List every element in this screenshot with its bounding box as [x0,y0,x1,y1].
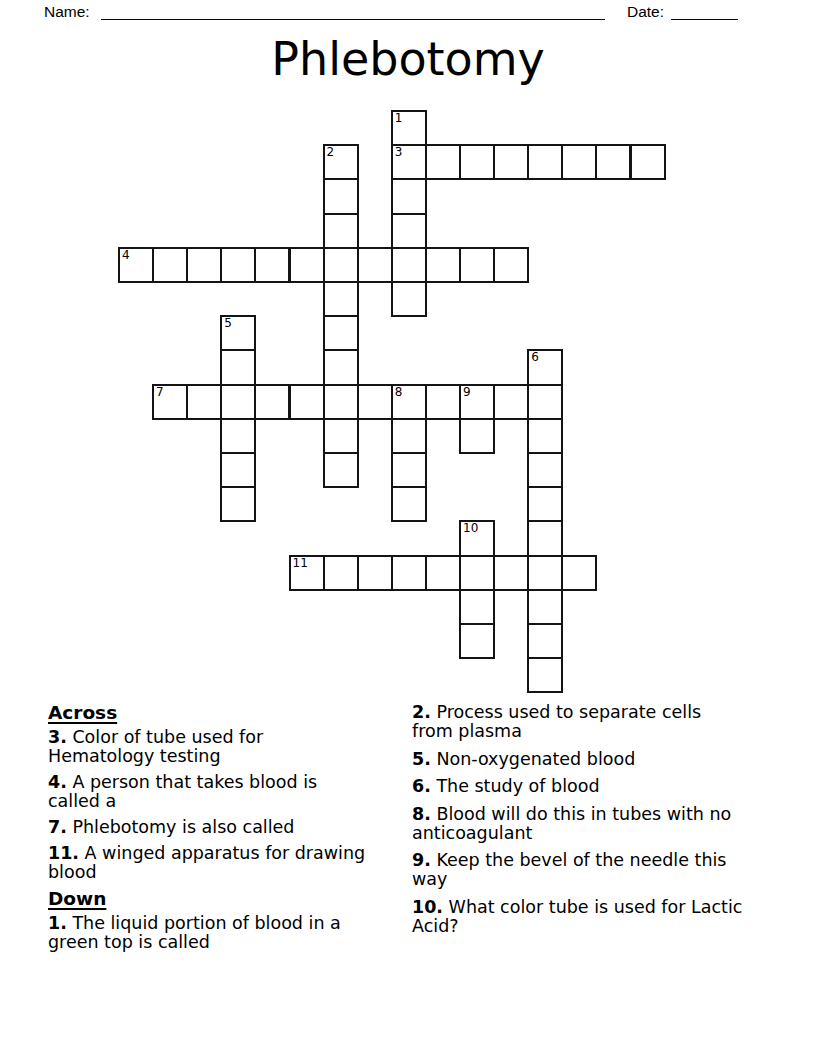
date-label: Date: [627,3,664,21]
cell-r4-c2[interactable] [186,247,222,283]
clue-across-11: 11. A winged apparatus for drawingblood [48,844,408,882]
cell-r4-c11[interactable] [493,247,529,283]
cell-r9-c12[interactable] [527,418,563,454]
cell-r4-c8[interactable] [391,247,427,283]
cell-r4-c10[interactable] [459,247,495,283]
across-header: Across [48,703,408,722]
cell-r9-c10[interactable] [459,418,495,454]
cell-r13-c8[interactable] [391,555,427,591]
cell-r14-c10[interactable] [459,589,495,625]
cell-r4-c7[interactable] [357,247,393,283]
cell-r4-c3[interactable] [220,247,256,283]
cell-r1-c8[interactable]: 3 [391,144,427,180]
clue-number-3: 3 [395,146,403,159]
clue-num-label: 7. [48,817,67,837]
cell-r9-c6[interactable] [323,418,359,454]
cell-r4-c6[interactable] [323,247,359,283]
date-blank-line[interactable] [671,19,738,21]
name-label: Name: [44,3,90,21]
cell-r8-c7[interactable] [357,384,393,420]
clue-number-4: 4 [122,249,130,262]
clues-column-right: 2. Process used to separate cellsfrom pl… [412,703,792,944]
cell-r1-c14[interactable] [595,144,631,180]
cell-r8-c1[interactable]: 7 [152,384,188,420]
cell-r1-c15[interactable] [630,144,666,180]
cell-r11-c8[interactable] [391,486,427,522]
clue-num-label: 5. [412,749,431,769]
cell-r15-c12[interactable] [527,623,563,659]
cell-r13-c10[interactable] [459,555,495,591]
cell-r8-c9[interactable] [425,384,461,420]
cell-r15-c10[interactable] [459,623,495,659]
cell-r4-c0[interactable]: 4 [118,247,154,283]
cell-r8-c2[interactable] [186,384,222,420]
cell-r1-c11[interactable] [493,144,529,180]
cell-r14-c12[interactable] [527,589,563,625]
cell-r3-c8[interactable] [391,213,427,249]
cell-r8-c12[interactable] [527,384,563,420]
clue-number-2: 2 [327,146,335,159]
cell-r10-c8[interactable] [391,452,427,488]
cell-r4-c1[interactable] [152,247,188,283]
clue-number-11: 11 [293,557,308,570]
cell-r4-c9[interactable] [425,247,461,283]
clue-num-label: 6. [412,776,431,796]
cell-r11-c3[interactable] [220,486,256,522]
clue-num-label: 4. [48,772,67,792]
cell-r13-c6[interactable] [323,555,359,591]
cell-r6-c3[interactable]: 5 [220,315,256,351]
cell-r10-c6[interactable] [323,452,359,488]
cell-r8-c10[interactable]: 9 [459,384,495,420]
cell-r10-c3[interactable] [220,452,256,488]
clue-number-7: 7 [156,386,164,399]
cell-r13-c7[interactable] [357,555,393,591]
clue-num-label: 2. [412,702,431,722]
clue-number-5: 5 [224,317,232,330]
clue-down-8: 8. Blood will do this in tubes with noan… [412,805,792,843]
cell-r13-c12[interactable] [527,555,563,591]
worksheet-page: Name: Date: Phlebotomy 1234567891011 Acr… [0,0,816,1056]
cell-r8-c3[interactable] [220,384,256,420]
clue-down-1: 1. The liquid portion of blood in agreen… [48,914,408,952]
clue-across-4: 4. A person that takes blood iscalled a [48,773,408,811]
cell-r9-c8[interactable] [391,418,427,454]
cell-r1-c9[interactable] [425,144,461,180]
cell-r0-c8[interactable]: 1 [391,110,427,146]
cell-r13-c9[interactable] [425,555,461,591]
cell-r7-c3[interactable] [220,349,256,385]
cell-r5-c6[interactable] [323,281,359,317]
clue-num-label: 8. [412,804,431,824]
cell-r8-c6[interactable] [323,384,359,420]
cell-r2-c6[interactable] [323,178,359,214]
cell-r8-c8[interactable]: 8 [391,384,427,420]
cell-r1-c13[interactable] [561,144,597,180]
puzzle-title: Phlebotomy [0,33,816,85]
cell-r8-c4[interactable] [254,384,290,420]
cell-r9-c3[interactable] [220,418,256,454]
cell-r1-c6[interactable]: 2 [323,144,359,180]
cell-r1-c10[interactable] [459,144,495,180]
clue-down-6: 6. The study of blood [412,777,792,796]
cell-r13-c11[interactable] [493,555,529,591]
clue-across-3: 3. Color of tube used forHematology test… [48,728,408,766]
cell-r7-c6[interactable] [323,349,359,385]
clue-num-label: 9. [412,850,431,870]
cell-r5-c8[interactable] [391,281,427,317]
cell-r8-c11[interactable] [493,384,529,420]
clue-number-6: 6 [531,351,539,364]
cell-r11-c12[interactable] [527,486,563,522]
cell-r12-c12[interactable] [527,520,563,556]
down-header: Down [48,889,408,908]
cell-r4-c4[interactable] [254,247,290,283]
cell-r16-c12[interactable] [527,657,563,693]
clue-num-label: 11. [48,843,79,863]
clue-number-8: 8 [395,386,403,399]
cell-r4-c5[interactable] [289,247,325,283]
cell-r10-c12[interactable] [527,452,563,488]
cell-r6-c6[interactable] [323,315,359,351]
cell-r7-c12[interactable]: 6 [527,349,563,385]
crossword-grid: 1234567891011 [118,110,666,694]
clue-down-2: 2. Process used to separate cellsfrom pl… [412,703,792,741]
cell-r3-c6[interactable] [323,213,359,249]
clue-down-5: 5. Non-oxygenated blood [412,750,792,769]
clue-across-7: 7. Phlebotomy is also called [48,818,408,837]
clue-num-label: 3. [48,727,67,747]
clue-down-10: 10. What color tube is used for LacticAc… [412,898,792,936]
cell-r8-c5[interactable] [289,384,325,420]
name-blank-line[interactable] [101,19,605,21]
clue-number-1: 1 [395,112,403,125]
cell-r13-c13[interactable] [561,555,597,591]
cell-r12-c10[interactable]: 10 [459,520,495,556]
cell-r2-c8[interactable] [391,178,427,214]
cell-r1-c12[interactable] [527,144,563,180]
clue-num-label: 10. [412,897,443,917]
clue-number-10: 10 [463,522,478,535]
clues-column-left: Across3. Color of tube used forHematolog… [48,703,408,959]
clue-num-label: 1. [48,913,67,933]
clue-number-9: 9 [463,386,471,399]
clue-down-9: 9. Keep the bevel of the needle thisway [412,851,792,889]
cell-r13-c5[interactable]: 11 [289,555,325,591]
